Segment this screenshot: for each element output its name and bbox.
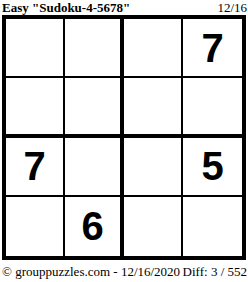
difficulty-text: Diff: 3 / 552 <box>183 264 247 280</box>
cell-r2c3[interactable] <box>124 78 183 137</box>
cell-r4c3[interactable] <box>124 197 183 256</box>
cell-r4c2-given: 6 <box>65 197 124 256</box>
sudoku-board: 7 7 5 6 <box>2 15 246 260</box>
cell-r3c4-given: 5 <box>183 138 242 197</box>
cell-r2c4[interactable] <box>183 78 242 137</box>
cell-r3c2[interactable] <box>65 138 124 197</box>
cell-r3c3[interactable] <box>124 138 183 197</box>
copyright-text: © grouppuzzles.com - 12/16/2020 <box>2 264 180 280</box>
page-number: 12/16 <box>217 0 247 16</box>
page-header: Easy "Sudoku-4-5678" 12/16 <box>2 0 247 14</box>
page-footer: © grouppuzzles.com - 12/16/2020 Diff: 3 … <box>2 264 247 280</box>
cell-r2c1[interactable] <box>6 78 65 137</box>
cell-r3c1-given: 7 <box>6 138 65 197</box>
puzzle-title: Easy "Sudoku-4-5678" <box>2 0 130 16</box>
cell-r4c1[interactable] <box>6 197 65 256</box>
puzzle-page: Easy "Sudoku-4-5678" 12/16 7 7 5 6 © gro… <box>0 0 248 282</box>
cell-r1c4-given: 7 <box>183 19 242 78</box>
cell-r1c1[interactable] <box>6 19 65 78</box>
cell-r4c4[interactable] <box>183 197 242 256</box>
cell-r1c2[interactable] <box>65 19 124 78</box>
cell-r2c2[interactable] <box>65 78 124 137</box>
cell-r1c3[interactable] <box>124 19 183 78</box>
